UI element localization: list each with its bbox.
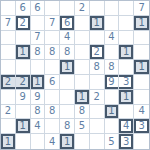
cell-r1c6[interactable]: 2 — [75, 1, 90, 16]
cell-digit: 1 — [20, 47, 26, 57]
cell-digit: 2 — [5, 106, 11, 116]
cell-r7c10[interactable] — [134, 90, 149, 105]
cell-r1c3[interactable]: 6 — [31, 1, 46, 16]
cell-r9c10[interactable]: 3 — [134, 119, 149, 134]
cell-r5c7[interactable]: 8 — [90, 60, 105, 75]
cell-r9c5[interactable]: 8 — [60, 119, 75, 134]
cell-r9c8[interactable] — [105, 119, 120, 134]
cell-r10c2[interactable] — [16, 134, 31, 149]
cell-r10c10[interactable] — [134, 134, 149, 149]
cell-r8c8[interactable]: 1 — [105, 105, 120, 120]
cell-digit: 7 — [49, 18, 55, 28]
cell-r3c3[interactable]: 7 — [31, 31, 46, 46]
cell-r2c1[interactable]: 7 — [1, 16, 16, 31]
cell-r5c1[interactable] — [1, 60, 16, 75]
cell-r5c9[interactable] — [119, 60, 134, 75]
cell-r7c7[interactable]: 2 — [90, 90, 105, 105]
cell-r1c1[interactable] — [1, 1, 16, 16]
cell-r4c2[interactable]: 1 — [16, 45, 31, 60]
cell-r4c10[interactable] — [134, 45, 149, 60]
cell-r10c1[interactable]: 1 — [1, 134, 16, 149]
cell-r2c3[interactable] — [31, 16, 46, 31]
cell-r9c2[interactable]: 1 — [16, 119, 31, 134]
cell-r6c7[interactable] — [90, 75, 105, 90]
cell-r5c10[interactable]: 1 — [134, 60, 149, 75]
cell-r4c9[interactable]: 1 — [119, 45, 134, 60]
cell-r2c7[interactable]: 1 — [90, 16, 105, 31]
cell-digit: 9 — [34, 92, 40, 102]
cell-r3c10[interactable] — [134, 31, 149, 46]
cell-r8c4[interactable]: 8 — [45, 105, 60, 120]
cell-r5c6[interactable] — [75, 60, 90, 75]
cell-r10c7[interactable] — [90, 134, 105, 149]
cell-r8c7[interactable] — [90, 105, 105, 120]
cell-r3c8[interactable]: 4 — [105, 31, 120, 46]
cell-r7c5[interactable] — [60, 90, 75, 105]
cell-r9c6[interactable]: 5 — [75, 119, 90, 134]
cell-r6c5[interactable] — [60, 75, 75, 90]
cell-r1c8[interactable] — [105, 1, 120, 16]
cell-r4c7[interactable]: 2 — [90, 45, 105, 60]
cell-r1c9[interactable] — [119, 1, 134, 16]
cell-r4c5[interactable]: 8 — [60, 45, 75, 60]
cell-r6c6[interactable] — [75, 75, 90, 90]
cell-digit: 5 — [79, 121, 85, 131]
cell-digit: 4 — [108, 32, 114, 42]
cell-r3c1[interactable] — [1, 31, 16, 46]
cell-digit: 6 — [20, 3, 26, 13]
cell-r8c5[interactable] — [60, 105, 75, 120]
cell-r2c9[interactable] — [119, 16, 134, 31]
cell-digit: 8 — [64, 121, 70, 131]
cell-r9c9[interactable]: 4 — [119, 119, 134, 134]
cell-r3c7[interactable] — [90, 31, 105, 46]
cell-digit: 8 — [49, 47, 55, 57]
cell-r5c5[interactable]: 1 — [60, 60, 75, 75]
cell-digit: 8 — [94, 62, 100, 72]
cell-r5c4[interactable] — [45, 60, 60, 75]
cell-r2c6[interactable] — [75, 16, 90, 31]
cell-r5c8[interactable]: 8 — [105, 60, 120, 75]
cell-r1c4[interactable] — [45, 1, 60, 16]
cell-r4c6[interactable] — [75, 45, 90, 60]
cell-digit: 8 — [108, 62, 114, 72]
cell-digit: 5 — [108, 137, 114, 147]
cell-digit: 2 — [20, 18, 26, 28]
cell-r7c6[interactable]: 1 — [75, 90, 90, 105]
cell-digit: 8 — [79, 106, 85, 116]
cell-r9c7[interactable] — [90, 119, 105, 134]
cell-digit: 7 — [34, 32, 40, 42]
cell-r7c1[interactable] — [1, 90, 16, 105]
cell-digit: 7 — [5, 18, 11, 28]
cell-r3c5[interactable]: 4 — [60, 31, 75, 46]
cell-digit: 2 — [20, 77, 26, 87]
cell-digit: 1 — [79, 92, 85, 102]
cell-digit: 1 — [108, 106, 114, 116]
fillomino-board: 6627727611744188821188122169399121288814… — [0, 0, 150, 150]
cell-r5c2[interactable] — [16, 60, 31, 75]
cell-digit: 1 — [34, 77, 40, 87]
cell-r8c1[interactable]: 2 — [1, 105, 16, 120]
cell-r7c8[interactable] — [105, 90, 120, 105]
cell-digit: 4 — [138, 106, 144, 116]
cell-digit: 6 — [34, 3, 40, 13]
cell-digit: 4 — [49, 137, 55, 147]
cell-digit: 8 — [64, 47, 70, 57]
cell-digit: 2 — [94, 92, 100, 102]
cell-r6c2[interactable]: 2 — [16, 75, 31, 90]
cell-r8c9[interactable] — [119, 105, 134, 120]
cell-r1c10[interactable]: 7 — [134, 1, 149, 16]
cell-r6c1[interactable]: 2 — [1, 75, 16, 90]
cell-digit: 1 — [123, 92, 129, 102]
cell-digit: 1 — [64, 137, 70, 147]
cell-digit: 9 — [20, 92, 26, 102]
cell-digit: 8 — [49, 106, 55, 116]
cell-r4c1[interactable] — [1, 45, 16, 60]
cell-digit: 1 — [94, 18, 100, 28]
cell-r9c1[interactable] — [1, 119, 16, 134]
cell-r6c4[interactable]: 6 — [45, 75, 60, 90]
cell-r2c10[interactable]: 1 — [134, 16, 149, 31]
cell-r6c9[interactable]: 3 — [119, 75, 134, 90]
cell-r7c9[interactable]: 1 — [119, 90, 134, 105]
cell-digit: 1 — [138, 18, 144, 28]
cell-r8c10[interactable]: 4 — [134, 105, 149, 120]
cell-digit: 8 — [34, 106, 40, 116]
cell-r2c2[interactable]: 2 — [16, 16, 31, 31]
cell-r4c8[interactable] — [105, 45, 120, 60]
cell-r4c3[interactable]: 8 — [31, 45, 46, 60]
cell-r4c4[interactable]: 8 — [45, 45, 60, 60]
cell-digit: 3 — [123, 137, 129, 147]
cell-digit: 6 — [49, 77, 55, 87]
cell-digit: 1 — [123, 47, 129, 57]
cell-digit: 6 — [64, 18, 70, 28]
cell-r5c3[interactable] — [31, 60, 46, 75]
cell-r9c4[interactable] — [45, 119, 60, 134]
cell-r2c5[interactable]: 6 — [60, 16, 75, 31]
cell-digit: 4 — [34, 121, 40, 131]
cell-r3c2[interactable] — [16, 31, 31, 46]
cell-digit: 9 — [108, 77, 114, 87]
cell-r1c5[interactable] — [60, 1, 75, 16]
cell-digit: 3 — [123, 77, 129, 87]
cell-digit: 8 — [34, 47, 40, 57]
cell-r10c9[interactable]: 3 — [119, 134, 134, 149]
cell-r8c6[interactable]: 8 — [75, 105, 90, 120]
cell-r7c3[interactable]: 9 — [31, 90, 46, 105]
cell-r1c2[interactable]: 6 — [16, 1, 31, 16]
cell-r10c6[interactable] — [75, 134, 90, 149]
cell-r3c4[interactable] — [45, 31, 60, 46]
cell-digit: 1 — [138, 62, 144, 72]
cell-digit: 4 — [123, 121, 129, 131]
cell-r10c4[interactable]: 4 — [45, 134, 60, 149]
cell-digit: 2 — [5, 77, 11, 87]
cell-r2c4[interactable]: 7 — [45, 16, 60, 31]
cell-r6c8[interactable]: 9 — [105, 75, 120, 90]
cell-digit: 2 — [94, 47, 100, 57]
cell-r10c3[interactable] — [31, 134, 46, 149]
cell-r7c4[interactable] — [45, 90, 60, 105]
cell-digit: 7 — [138, 3, 144, 13]
cell-r3c9[interactable] — [119, 31, 134, 46]
cell-digit: 2 — [79, 3, 85, 13]
cell-digit: 3 — [138, 121, 144, 131]
cell-r6c10[interactable] — [134, 75, 149, 90]
cell-r10c5[interactable]: 1 — [60, 134, 75, 149]
cell-r10c8[interactable]: 5 — [105, 134, 120, 149]
cell-r2c8[interactable] — [105, 16, 120, 31]
cell-r8c2[interactable] — [16, 105, 31, 120]
cell-r9c3[interactable]: 4 — [31, 119, 46, 134]
cell-r8c3[interactable]: 8 — [31, 105, 46, 120]
cell-r7c2[interactable]: 9 — [16, 90, 31, 105]
cell-digit: 1 — [5, 137, 11, 147]
cell-digit: 4 — [64, 32, 70, 42]
cell-r3c6[interactable] — [75, 31, 90, 46]
cell-r1c7[interactable] — [90, 1, 105, 16]
cell-digit: 1 — [64, 62, 70, 72]
cell-r6c3[interactable]: 1 — [31, 75, 46, 90]
cell-digit: 1 — [20, 121, 26, 131]
